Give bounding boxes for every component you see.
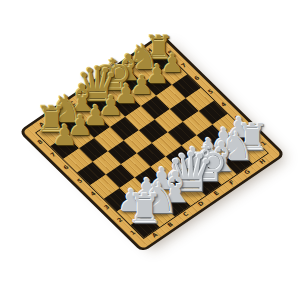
piece-silver-rook-a1[interactable]: ♜ xyxy=(127,190,163,230)
coord-file-bottom-h: H xyxy=(258,158,266,165)
chess-set-photo: AABBCCDDEEFFGGHH1122334455667788 ♜♞♟♝♟♚♟… xyxy=(0,0,300,300)
piece-gold-pawn-a7[interactable]: ♟ xyxy=(52,122,78,151)
